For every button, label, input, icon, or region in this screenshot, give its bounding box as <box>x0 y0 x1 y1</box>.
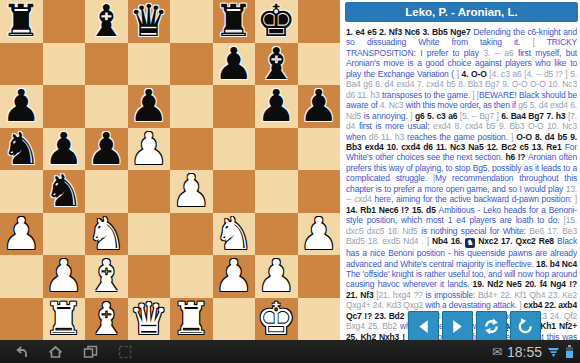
square-f3[interactable]: ♞ <box>213 213 256 256</box>
square-b4[interactable]: ♞ <box>43 170 86 213</box>
black-pawn: ♟ <box>214 43 253 85</box>
square-b3[interactable] <box>43 213 86 256</box>
variation-moves[interactable]: [ <box>532 37 546 47</box>
battery-icon <box>565 344 574 359</box>
black-pawn: ♟ <box>257 85 296 127</box>
square-g2[interactable]: ♟ <box>255 255 298 298</box>
black-pawn: ♟ <box>44 128 83 170</box>
square-f5[interactable] <box>213 128 256 171</box>
square-c6[interactable] <box>85 85 128 128</box>
clock: 18:55 <box>507 344 542 360</box>
square-c2[interactable]: ♝ <box>85 255 128 298</box>
black-rook: ♜ <box>214 0 253 42</box>
viewer-controls <box>408 311 541 341</box>
variation-moves[interactable]: ] <box>575 194 577 204</box>
square-h6[interactable]: ♟ <box>298 85 341 128</box>
variation-moves[interactable]: [21. hxg4 ?? <box>376 290 425 300</box>
square-e4[interactable]: ♟ <box>170 170 213 213</box>
square-c8[interactable]: ♝ <box>85 0 128 43</box>
square-a5[interactable]: ♞ <box>0 128 43 171</box>
square-h5[interactable] <box>298 128 341 171</box>
square-b2[interactable]: ♟ <box>43 255 86 298</box>
square-b8[interactable] <box>43 0 86 43</box>
white-knight: ♞ <box>87 213 126 255</box>
square-b5[interactable]: ♟ <box>43 128 86 171</box>
flip-board-button[interactable] <box>476 311 507 341</box>
mainline-moves[interactable]: g6 5. c3 a6 <box>415 111 460 121</box>
black-pawn: ♟ <box>299 85 338 127</box>
game-title: Leko, P. - Aronian, L. <box>345 2 578 22</box>
square-d8[interactable]: ♛ <box>128 0 171 43</box>
square-g1[interactable]: ♚ <box>255 298 298 341</box>
commentary-text: is nothing special for White: <box>421 226 529 236</box>
white-bishop: ♝ <box>87 255 126 297</box>
mainline-moves[interactable]: Nb4 16. <box>432 236 465 246</box>
square-f2[interactable]: ♟ <box>213 255 256 298</box>
commentary-text: transposes to the game. <box>382 90 472 100</box>
square-a4[interactable] <box>0 170 43 213</box>
square-g8[interactable]: ♚ <box>255 0 298 43</box>
variation-moves[interactable]: [5. -- Bg7 ] <box>460 111 501 121</box>
square-h8[interactable] <box>298 0 341 43</box>
white-pawn: ♟ <box>257 255 296 297</box>
white-pawn: ♟ <box>299 213 338 255</box>
recents-icon[interactable] <box>82 344 99 360</box>
square-a6[interactable]: ♟ <box>0 85 43 128</box>
mainline-moves[interactable]: 4. O-O <box>462 69 490 79</box>
square-c4[interactable] <box>85 170 128 213</box>
square-g4[interactable] <box>255 170 298 213</box>
square-h4[interactable] <box>298 170 341 213</box>
white-pawn: ♟ <box>44 255 83 297</box>
commentary-text: with this move order, as then if <box>406 100 519 110</box>
mainline-moves[interactable]: 18. b4 Nc4 <box>536 259 577 269</box>
square-h3[interactable]: ♟ <box>298 213 341 256</box>
black-queen: ♛ <box>129 0 168 42</box>
white-rook: ♜ <box>44 298 83 340</box>
square-e8[interactable] <box>170 0 213 43</box>
mainline-moves[interactable]: 6. Ba4 Bg7 7. h3 <box>501 111 568 121</box>
square-d5[interactable]: ♟ <box>128 128 171 171</box>
commentary-text: reaches the game position. <box>407 132 511 142</box>
square-f1[interactable] <box>213 298 256 341</box>
previous-move-button[interactable] <box>408 311 439 341</box>
black-bishop: ♝ <box>87 0 126 42</box>
white-queen: ♛ <box>129 298 168 340</box>
email-icon: ✉ <box>492 346 502 358</box>
black-king: ♚ <box>257 0 296 42</box>
square-e7[interactable] <box>170 43 213 86</box>
square-f6[interactable] <box>213 85 256 128</box>
square-f7[interactable]: ♟ <box>213 43 256 86</box>
square-f8[interactable]: ♜ <box>213 0 256 43</box>
black-knight: ♞ <box>2 128 41 170</box>
cycle-arrows-icon <box>482 317 501 336</box>
variation-moves[interactable]: 4. Nc3 <box>380 100 406 110</box>
square-b6[interactable] <box>43 85 86 128</box>
square-f4[interactable] <box>213 170 256 213</box>
chess-board[interactable]: ♜♝♛♜♚♟♝♟♟♟♟♞♟♟♟♞♟♟♞♞♟♟♝♟♟♜♝♛♜♚ <box>0 0 340 340</box>
black-pawn: ♟ <box>87 128 126 170</box>
white-pawn: ♟ <box>214 255 253 297</box>
square-a7[interactable] <box>0 43 43 86</box>
commentary-text: is impossible: <box>425 290 477 300</box>
square-c5[interactable]: ♟ <box>85 128 128 171</box>
square-h1[interactable] <box>298 298 341 341</box>
annotation-panel: Leko, P. - Aronian, L. 1. e4 e5 2. Nf3 N… <box>342 0 580 341</box>
commentary-text: when <box>346 132 369 142</box>
square-g3[interactable] <box>255 213 298 256</box>
square-c3[interactable]: ♞ <box>85 213 128 256</box>
black-rook: ♜ <box>2 0 41 42</box>
commentary-text: is annoying. <box>364 111 410 121</box>
square-d3[interactable] <box>128 213 171 256</box>
signal-icon <box>547 345 560 359</box>
square-a1[interactable] <box>0 298 43 341</box>
commentary-text: here, aiming for the active backward d-p… <box>374 194 574 204</box>
square-c7[interactable] <box>85 43 128 86</box>
mainline-moves[interactable]: 1. e4 e5 2. Nf3 Nc6 3. Bb5 Nge7 <box>346 27 473 37</box>
black-pawn: ♟ <box>129 85 168 127</box>
variation-moves[interactable]: exd4 8. cxd4 b5 9. Bb3 O-O 10. Nc3 <box>433 121 577 131</box>
white-bishop: ♝ <box>87 298 126 340</box>
square-g6[interactable]: ♟ <box>255 85 298 128</box>
square-d2[interactable] <box>128 255 171 298</box>
next-move-button[interactable] <box>442 311 473 341</box>
square-e5[interactable] <box>170 128 213 171</box>
square-a2[interactable] <box>0 255 43 298</box>
square-h7[interactable] <box>298 43 341 86</box>
home-icon[interactable] <box>47 344 64 360</box>
white-king: ♚ <box>257 298 296 340</box>
square-b7[interactable] <box>43 43 86 86</box>
square-a8[interactable]: ♜ <box>0 0 43 43</box>
left-triangle-icon <box>415 318 432 335</box>
square-e1[interactable]: ♜ <box>170 298 213 341</box>
square-c1[interactable]: ♝ <box>85 298 128 341</box>
black-pawn: ♟ <box>2 85 41 127</box>
annotation-text[interactable]: 1. e4 e5 2. Nf3 Nc6 3. Bb5 Nge7 Defendin… <box>346 27 577 340</box>
white-pawn: ♟ <box>172 170 211 212</box>
square-g5[interactable] <box>255 128 298 171</box>
status-bar: ✉ 18:55 <box>0 340 580 363</box>
square-h2[interactable] <box>298 255 341 298</box>
square-d1[interactable]: ♛ <box>128 298 171 341</box>
back-icon[interactable] <box>12 344 29 360</box>
commentary-text: with a devastating attack. <box>425 300 519 310</box>
mainline-moves[interactable]: h6 !? <box>505 152 528 162</box>
square-a3[interactable]: ♟ <box>0 213 43 256</box>
commentary-text: first is more usual: <box>359 121 433 131</box>
square-d4[interactable] <box>128 170 171 213</box>
square-e2[interactable] <box>170 255 213 298</box>
mainline-moves[interactable]: 14. Rb1 Nec6 !? 15. d5 <box>346 205 439 215</box>
white-knight: ♞ <box>214 213 253 255</box>
white-pawn: ♟ <box>129 128 168 170</box>
variation-moves[interactable]: ] [ <box>472 90 479 100</box>
mainline-moves[interactable]: Nxc2 17. Qxc2 Re8 <box>475 236 557 246</box>
navigation-softkeys <box>12 344 133 360</box>
counterclockwise-arrow-icon <box>516 317 535 336</box>
square-g7[interactable]: ♝ <box>255 43 298 86</box>
square-b1[interactable]: ♜ <box>43 298 86 341</box>
reload-game-button[interactable] <box>510 311 541 341</box>
black-knight: ♞ <box>44 170 83 212</box>
right-triangle-icon <box>449 318 466 335</box>
white-pawn: ♟ <box>2 213 41 255</box>
square-e6[interactable] <box>170 85 213 128</box>
variation-moves[interactable]: d6 11. h3 <box>369 132 407 142</box>
screenshot-icon[interactable] <box>117 344 133 360</box>
square-d6[interactable]: ♟ <box>128 85 171 128</box>
square-d7[interactable] <box>128 43 171 86</box>
white-rook: ♜ <box>172 298 211 340</box>
black-bishop: ♝ <box>257 43 296 85</box>
current-position-marker-icon: ♞ <box>465 238 475 248</box>
square-e3[interactable] <box>170 213 213 256</box>
variation-moves[interactable]: 3. -- a6 <box>483 48 518 58</box>
